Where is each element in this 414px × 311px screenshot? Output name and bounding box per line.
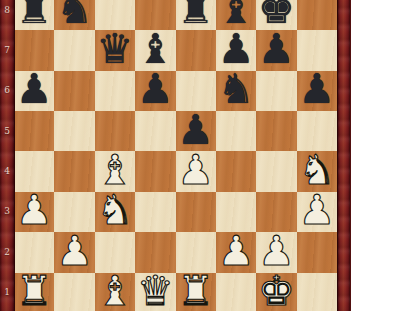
square-d2[interactable] [135,232,175,272]
square-h8[interactable] [297,0,337,30]
square-d6[interactable]: ♟ [135,71,175,111]
square-a2[interactable] [14,232,54,272]
piece-white-bishop: ♝ [97,150,134,191]
square-h1[interactable] [297,273,337,311]
square-c4[interactable]: ♝ [95,151,135,191]
piece-black-rook: ♜ [16,0,53,30]
square-d5[interactable] [135,111,175,151]
square-h7[interactable] [297,30,337,70]
square-b2[interactable]: ♟ [54,232,94,272]
square-e3[interactable] [176,192,216,232]
square-b1[interactable] [54,273,94,311]
square-e5[interactable]: ♟ [176,111,216,151]
rank-label-5: 5 [0,126,14,137]
piece-black-bishop: ♝ [218,0,255,30]
rank-label-4: 4 [0,166,14,177]
square-h2[interactable] [297,232,337,272]
piece-white-knight: ♞ [97,190,134,231]
piece-white-pawn: ♟ [258,231,295,272]
square-f2[interactable]: ♟ [216,232,256,272]
piece-white-king: ♚ [258,271,295,311]
square-c7[interactable]: ♛ [95,30,135,70]
square-d1[interactable]: ♛ [135,273,175,311]
square-b5[interactable] [54,111,94,151]
piece-white-rook: ♜ [177,271,214,311]
square-e4[interactable]: ♟ [176,151,216,191]
square-e7[interactable] [176,30,216,70]
square-h3[interactable]: ♟ [297,192,337,232]
piece-black-pawn: ♟ [298,69,335,110]
square-b6[interactable] [54,71,94,111]
square-c8[interactable] [95,0,135,30]
piece-white-pawn: ♟ [218,231,255,272]
square-c6[interactable] [95,71,135,111]
square-e2[interactable] [176,232,216,272]
square-g1[interactable]: ♚ [256,273,296,311]
rank-label-6: 6 [0,85,14,96]
square-e1[interactable]: ♜ [176,273,216,311]
piece-black-rook: ♜ [177,0,214,30]
rank-label-7: 7 [0,45,14,56]
square-c1[interactable]: ♝ [95,273,135,311]
square-h4[interactable]: ♞ [297,151,337,191]
rank-label-2: 2 [0,247,14,258]
square-f6[interactable]: ♞ [216,71,256,111]
square-f1[interactable] [216,273,256,311]
square-c3[interactable]: ♞ [95,192,135,232]
piece-black-knight: ♞ [218,69,255,110]
square-c2[interactable] [95,232,135,272]
square-f5[interactable] [216,111,256,151]
square-d7[interactable]: ♝ [135,30,175,70]
piece-black-king: ♚ [258,0,295,30]
rank-label-3: 3 [0,206,14,217]
square-g2[interactable]: ♟ [256,232,296,272]
square-g5[interactable] [256,111,296,151]
piece-black-pawn: ♟ [258,29,295,70]
square-h5[interactable] [297,111,337,151]
piece-white-pawn: ♟ [16,190,53,231]
square-a8[interactable]: ♜ [14,0,54,30]
square-b8[interactable]: ♞ [54,0,94,30]
square-f3[interactable] [216,192,256,232]
piece-black-pawn: ♟ [218,29,255,70]
board-frame-left: 87654321 [0,0,15,311]
square-b4[interactable] [54,151,94,191]
square-g6[interactable] [256,71,296,111]
square-a5[interactable] [14,111,54,151]
square-a4[interactable] [14,151,54,191]
rank-label-8: 8 [0,5,14,16]
square-a6[interactable]: ♟ [14,71,54,111]
square-a3[interactable]: ♟ [14,192,54,232]
square-b3[interactable] [54,192,94,232]
square-f7[interactable]: ♟ [216,30,256,70]
square-e6[interactable] [176,71,216,111]
square-g4[interactable] [256,151,296,191]
piece-black-pawn: ♟ [16,69,53,110]
piece-white-pawn: ♟ [298,190,335,231]
square-c5[interactable] [95,111,135,151]
piece-white-pawn: ♟ [56,231,93,272]
square-d3[interactable] [135,192,175,232]
square-g8[interactable]: ♚ [256,0,296,30]
square-e8[interactable]: ♜ [176,0,216,30]
piece-white-bishop: ♝ [97,271,134,311]
chess-diagram-screenshot: ♜♞♜♝♚♛♝♟♟♟♟♞♟♟♝♟♞♟♞♟♟♟♟♜♝♛♜♚ 87654321 [0,0,414,311]
piece-black-queen: ♛ [97,29,134,70]
square-b7[interactable] [54,30,94,70]
board-frame-right [337,0,351,311]
square-a7[interactable] [14,30,54,70]
piece-white-knight: ♞ [298,150,335,191]
piece-white-pawn: ♟ [177,150,214,191]
piece-black-pawn: ♟ [137,69,174,110]
square-a1[interactable]: ♜ [14,273,54,311]
square-f8[interactable]: ♝ [216,0,256,30]
piece-white-queen: ♛ [137,271,174,311]
piece-black-knight: ♞ [56,0,93,30]
piece-black-bishop: ♝ [137,29,174,70]
piece-white-rook: ♜ [16,271,53,311]
square-g7[interactable]: ♟ [256,30,296,70]
rank-label-1: 1 [0,287,14,298]
square-g3[interactable] [256,192,296,232]
square-d8[interactable] [135,0,175,30]
square-h6[interactable]: ♟ [297,71,337,111]
piece-black-pawn: ♟ [177,110,214,151]
chess-board: ♜♞♜♝♚♛♝♟♟♟♟♞♟♟♝♟♞♟♞♟♟♟♟♜♝♛♜♚ [14,0,337,311]
square-d4[interactable] [135,151,175,191]
square-f4[interactable] [216,151,256,191]
